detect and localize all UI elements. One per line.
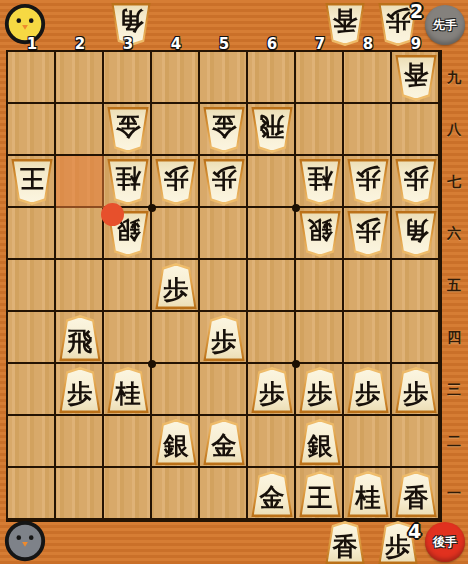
square-8二[interactable] — [344, 416, 392, 468]
square-5四[interactable]: 歩 — [200, 312, 248, 364]
square-6二[interactable] — [248, 416, 296, 468]
square-1九[interactable] — [8, 52, 56, 104]
square-1五[interactable] — [8, 260, 56, 312]
rank-label-六: 六 — [440, 208, 468, 260]
square-5七[interactable]: 歩 — [200, 156, 248, 208]
piece-桂-bottom[interactable]: 桂 — [107, 367, 149, 413]
square-4五[interactable]: 歩 — [152, 260, 200, 312]
square-5六[interactable] — [200, 208, 248, 260]
piece-桂-top[interactable]: 桂 — [107, 159, 149, 205]
piece-歩-top[interactable]: 歩 — [347, 211, 389, 257]
square-6四[interactable] — [248, 312, 296, 364]
rank-label-四: 四 — [440, 312, 468, 364]
square-7四[interactable] — [296, 312, 344, 364]
square-8三[interactable]: 歩 — [344, 364, 392, 416]
bottom-hand-香[interactable]: 香 — [325, 521, 365, 564]
piece-歩-top[interactable]: 歩 — [347, 159, 389, 205]
file-label-8: 8 — [344, 35, 392, 53]
square-7二[interactable]: 銀 — [296, 416, 344, 468]
piece-銀-bottom[interactable]: 銀 — [299, 419, 341, 465]
square-7六[interactable]: 銀 — [296, 208, 344, 260]
rank-coordinates: 九八七六五四三二一 — [440, 52, 468, 520]
square-4一[interactable] — [152, 468, 200, 520]
square-1四[interactable] — [8, 312, 56, 364]
square-6一[interactable]: 金 — [248, 468, 296, 520]
piece-桂-top[interactable]: 桂 — [299, 159, 341, 205]
rank-label-八: 八 — [440, 104, 468, 156]
square-7三[interactable]: 歩 — [296, 364, 344, 416]
file-label-9: 9 — [392, 35, 440, 53]
piece-歩-top[interactable]: 歩 — [155, 159, 197, 205]
piece-金-top[interactable]: 金 — [107, 107, 149, 153]
square-3九[interactable] — [104, 52, 152, 104]
rank-label-一: 一 — [440, 468, 468, 520]
piece-歩-bottom[interactable]: 歩 — [203, 315, 245, 361]
square-6六[interactable] — [248, 208, 296, 260]
square-4七[interactable]: 歩 — [152, 156, 200, 208]
square-7九[interactable] — [296, 52, 344, 104]
last-move-marker — [101, 203, 124, 226]
piece-香-bottom[interactable]: 香 — [395, 471, 437, 517]
square-2六[interactable] — [56, 208, 104, 260]
square-2二[interactable] — [56, 416, 104, 468]
piece-歩-top[interactable]: 歩 — [395, 159, 437, 205]
square-5一[interactable] — [200, 468, 248, 520]
piece-銀-top[interactable]: 銀 — [299, 211, 341, 257]
shogi-board: 香金金飛王桂歩歩桂歩歩銀銀歩角歩飛歩歩桂歩歩歩歩銀金銀金王桂香 — [6, 50, 442, 522]
square-9六[interactable]: 角 — [392, 208, 440, 260]
star-point — [148, 360, 156, 368]
square-4六[interactable] — [152, 208, 200, 260]
square-1六[interactable] — [8, 208, 56, 260]
file-label-2: 2 — [56, 35, 104, 53]
square-8四[interactable] — [344, 312, 392, 364]
square-3三[interactable]: 桂 — [104, 364, 152, 416]
piece-飛-bottom[interactable]: 飛 — [59, 315, 101, 361]
board-grid: 香金金飛王桂歩歩桂歩歩銀銀歩角歩飛歩歩桂歩歩歩歩銀金銀金王桂香 — [8, 52, 440, 520]
piece-歩-bottom[interactable]: 歩 — [155, 263, 197, 309]
square-1二[interactable] — [8, 416, 56, 468]
bottom-player-avatar gray-chick-icon — [2, 518, 48, 564]
rank-label-五: 五 — [440, 260, 468, 312]
shogi-app: 角香歩 2 先手 123456789 香金金飛王桂歩歩桂歩歩銀銀歩角歩飛歩歩桂歩… — [0, 0, 468, 564]
square-4三[interactable] — [152, 364, 200, 416]
square-7五[interactable] — [296, 260, 344, 312]
square-2四[interactable]: 飛 — [56, 312, 104, 364]
square-6三[interactable]: 歩 — [248, 364, 296, 416]
square-2八[interactable] — [56, 104, 104, 156]
square-8五[interactable] — [344, 260, 392, 312]
square-8九[interactable] — [344, 52, 392, 104]
star-point — [148, 204, 156, 212]
file-label-7: 7 — [296, 35, 344, 53]
square-5八[interactable]: 金 — [200, 104, 248, 156]
piece-歩-bottom[interactable]: 歩 — [299, 367, 341, 413]
square-4二[interactable]: 銀 — [152, 416, 200, 468]
file-coordinates: 123456789 — [8, 35, 440, 52]
piece-飛-top[interactable]: 飛 — [251, 107, 293, 153]
square-8八[interactable] — [344, 104, 392, 156]
star-point — [292, 360, 300, 368]
square-9二[interactable] — [392, 416, 440, 468]
square-7八[interactable] — [296, 104, 344, 156]
rank-label-二: 二 — [440, 416, 468, 468]
piece-桂-bottom[interactable]: 桂 — [347, 471, 389, 517]
square-9七[interactable]: 歩 — [392, 156, 440, 208]
piece-王-bottom[interactable]: 王 — [299, 471, 341, 517]
square-1八[interactable] — [8, 104, 56, 156]
piece-角-top[interactable]: 角 — [395, 211, 437, 257]
rank-label-七: 七 — [440, 156, 468, 208]
square-6七[interactable] — [248, 156, 296, 208]
square-8六[interactable]: 歩 — [344, 208, 392, 260]
piece-歩-bottom[interactable]: 歩 — [251, 367, 293, 413]
star-point — [292, 204, 300, 212]
top-pawn-count: 2 — [410, 0, 423, 22]
square-4四[interactable] — [152, 312, 200, 364]
piece-歩-bottom[interactable]: 歩 — [395, 367, 437, 413]
bottom-player-label: 後手 — [433, 534, 457, 551]
piece-銀-bottom[interactable]: 銀 — [155, 419, 197, 465]
square-2九[interactable] — [56, 52, 104, 104]
file-label-4: 4 — [152, 35, 200, 53]
rank-label-九: 九 — [440, 52, 468, 104]
square-4八[interactable] — [152, 104, 200, 156]
piece-歩-top[interactable]: 歩 — [203, 159, 245, 205]
square-5九[interactable] — [200, 52, 248, 104]
square-3五[interactable] — [104, 260, 152, 312]
square-3七[interactable]: 桂 — [104, 156, 152, 208]
square-3一[interactable] — [104, 468, 152, 520]
file-label-1: 1 — [8, 35, 56, 53]
square-1七[interactable]: 王 — [8, 156, 56, 208]
square-2三[interactable]: 歩 — [56, 364, 104, 416]
square-5二[interactable]: 金 — [200, 416, 248, 468]
piece-金-top[interactable]: 金 — [203, 107, 245, 153]
bottom-pawn-count: 4 — [408, 520, 421, 542]
square-6九[interactable] — [248, 52, 296, 104]
square-2五[interactable] — [56, 260, 104, 312]
piece-金-bottom[interactable]: 金 — [251, 471, 293, 517]
square-2七[interactable] — [56, 156, 104, 208]
square-3八[interactable]: 金 — [104, 104, 152, 156]
piece-歩-bottom[interactable]: 歩 — [59, 367, 101, 413]
bottom-player-badge: 後手 — [425, 522, 465, 562]
square-9三[interactable]: 歩 — [392, 364, 440, 416]
square-1一[interactable] — [8, 468, 56, 520]
square-6八[interactable]: 飛 — [248, 104, 296, 156]
bottom-player-bar: 香歩 4 後手 — [0, 520, 468, 564]
file-label-5: 5 — [200, 35, 248, 53]
square-2一[interactable] — [56, 468, 104, 520]
piece-金-bottom[interactable]: 金 — [203, 419, 245, 465]
top-player-label: 先手 — [433, 17, 457, 34]
square-7七[interactable]: 桂 — [296, 156, 344, 208]
file-label-3: 3 — [104, 35, 152, 53]
square-4九[interactable] — [152, 52, 200, 104]
square-8七[interactable]: 歩 — [344, 156, 392, 208]
square-3二[interactable] — [104, 416, 152, 468]
square-9一[interactable]: 香 — [392, 468, 440, 520]
square-5五[interactable] — [200, 260, 248, 312]
piece-香-top[interactable]: 香 — [395, 55, 437, 101]
square-5三[interactable] — [200, 364, 248, 416]
square-9八[interactable] — [392, 104, 440, 156]
square-7一[interactable]: 王 — [296, 468, 344, 520]
piece-歩-bottom[interactable]: 歩 — [347, 367, 389, 413]
piece-香-bottom[interactable]: 香 — [325, 521, 365, 564]
rank-label-三: 三 — [440, 364, 468, 416]
square-6五[interactable] — [248, 260, 296, 312]
square-9五[interactable] — [392, 260, 440, 312]
file-label-6: 6 — [248, 35, 296, 53]
piece-王-top[interactable]: 王 — [11, 159, 53, 205]
square-8一[interactable]: 桂 — [344, 468, 392, 520]
square-9九[interactable]: 香 — [392, 52, 440, 104]
square-3四[interactable] — [104, 312, 152, 364]
square-9四[interactable] — [392, 312, 440, 364]
square-1三[interactable] — [8, 364, 56, 416]
